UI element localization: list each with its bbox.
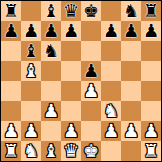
black-pawn: ♟ [103,21,119,41]
square-f5[interactable] [101,61,121,81]
white-pawn: ♟ [3,121,19,141]
black-pawn: ♟ [143,21,159,41]
square-b7[interactable]: ♟ [21,21,41,41]
square-f4[interactable] [101,81,121,101]
square-d3[interactable] [61,101,81,121]
square-g5[interactable] [121,61,141,81]
square-c6[interactable]: ♞ [41,41,61,61]
white-rook: ♜ [143,141,159,161]
white-knight: ♞ [23,141,39,161]
black-pawn: ♟ [123,21,139,41]
square-b5[interactable]: ♝ [21,61,41,81]
black-knight: ♞ [123,1,139,21]
white-pawn: ♟ [143,121,159,141]
square-e8[interactable]: ♚ [81,1,101,21]
black-rook: ♜ [143,1,159,21]
square-c8[interactable]: ♝ [41,1,61,21]
square-a7[interactable]: ♟ [1,21,21,41]
white-pawn: ♟ [63,121,79,141]
square-h2[interactable]: ♟ [141,121,161,141]
square-h5[interactable] [141,61,161,81]
square-e2[interactable] [81,121,101,141]
black-king: ♚ [83,1,99,21]
white-rook: ♜ [3,141,19,161]
white-queen: ♛ [63,141,79,161]
square-g8[interactable]: ♞ [121,1,141,21]
square-a6[interactable] [1,41,21,61]
square-d5[interactable] [61,61,81,81]
square-h7[interactable]: ♟ [141,21,161,41]
square-b8[interactable] [21,1,41,21]
black-knight: ♞ [43,41,59,61]
square-c4[interactable] [41,81,61,101]
square-c1[interactable]: ♝ [41,141,61,161]
square-h3[interactable] [141,101,161,121]
square-d8[interactable]: ♛ [61,1,81,21]
square-f3[interactable]: ♞ [101,101,121,121]
square-f2[interactable]: ♟ [101,121,121,141]
black-queen: ♛ [63,1,79,21]
square-h4[interactable] [141,81,161,101]
black-pawn: ♟ [83,61,99,81]
square-h6[interactable] [141,41,161,61]
square-b3[interactable] [21,101,41,121]
square-a8[interactable]: ♜ [1,1,21,21]
square-d2[interactable]: ♟ [61,121,81,141]
square-e4[interactable]: ♟ [81,81,101,101]
square-g1[interactable] [121,141,141,161]
white-pawn: ♟ [23,121,39,141]
square-g7[interactable]: ♟ [121,21,141,41]
square-c3[interactable]: ♟ [41,101,61,121]
square-a3[interactable] [1,101,21,121]
square-f6[interactable] [101,41,121,61]
square-f7[interactable]: ♟ [101,21,121,41]
black-bishop: ♝ [43,1,59,21]
square-c7[interactable]: ♟ [41,21,61,41]
square-d7[interactable]: ♟ [61,21,81,41]
white-pawn: ♟ [123,121,139,141]
black-pawn: ♟ [3,21,19,41]
square-f8[interactable] [101,1,121,21]
white-king: ♚ [83,141,99,161]
square-d4[interactable] [61,81,81,101]
square-e1[interactable]: ♚ [81,141,101,161]
white-pawn: ♟ [103,121,119,141]
square-b4[interactable] [21,81,41,101]
white-bishop: ♝ [43,141,59,161]
square-c5[interactable] [41,61,61,81]
white-bishop: ♝ [23,61,39,81]
square-b2[interactable]: ♟ [21,121,41,141]
square-a1[interactable]: ♜ [1,141,21,161]
square-e7[interactable] [81,21,101,41]
black-rook: ♜ [3,1,19,21]
square-a2[interactable]: ♟ [1,121,21,141]
square-c2[interactable] [41,121,61,141]
square-b6[interactable]: ♝ [21,41,41,61]
square-d6[interactable] [61,41,81,61]
square-e6[interactable] [81,41,101,61]
white-pawn: ♟ [43,101,59,121]
square-h1[interactable]: ♜ [141,141,161,161]
square-h8[interactable]: ♜ [141,1,161,21]
square-b1[interactable]: ♞ [21,141,41,161]
white-knight: ♞ [103,101,119,121]
square-d1[interactable]: ♛ [61,141,81,161]
chess-board: ♜♝♛♚♞♜♟♟♟♟♟♟♟♝♞♝♟♟♟♞♟♟♟♟♟♟♜♞♝♛♚♜ [0,0,162,162]
square-g4[interactable] [121,81,141,101]
black-pawn: ♟ [23,21,39,41]
black-pawn: ♟ [63,21,79,41]
square-e3[interactable] [81,101,101,121]
square-f1[interactable] [101,141,121,161]
square-a4[interactable] [1,81,21,101]
black-bishop: ♝ [23,41,39,61]
square-g6[interactable] [121,41,141,61]
square-a5[interactable] [1,61,21,81]
square-e5[interactable]: ♟ [81,61,101,81]
black-pawn: ♟ [43,21,59,41]
square-g3[interactable] [121,101,141,121]
square-g2[interactable]: ♟ [121,121,141,141]
white-pawn: ♟ [83,81,99,101]
